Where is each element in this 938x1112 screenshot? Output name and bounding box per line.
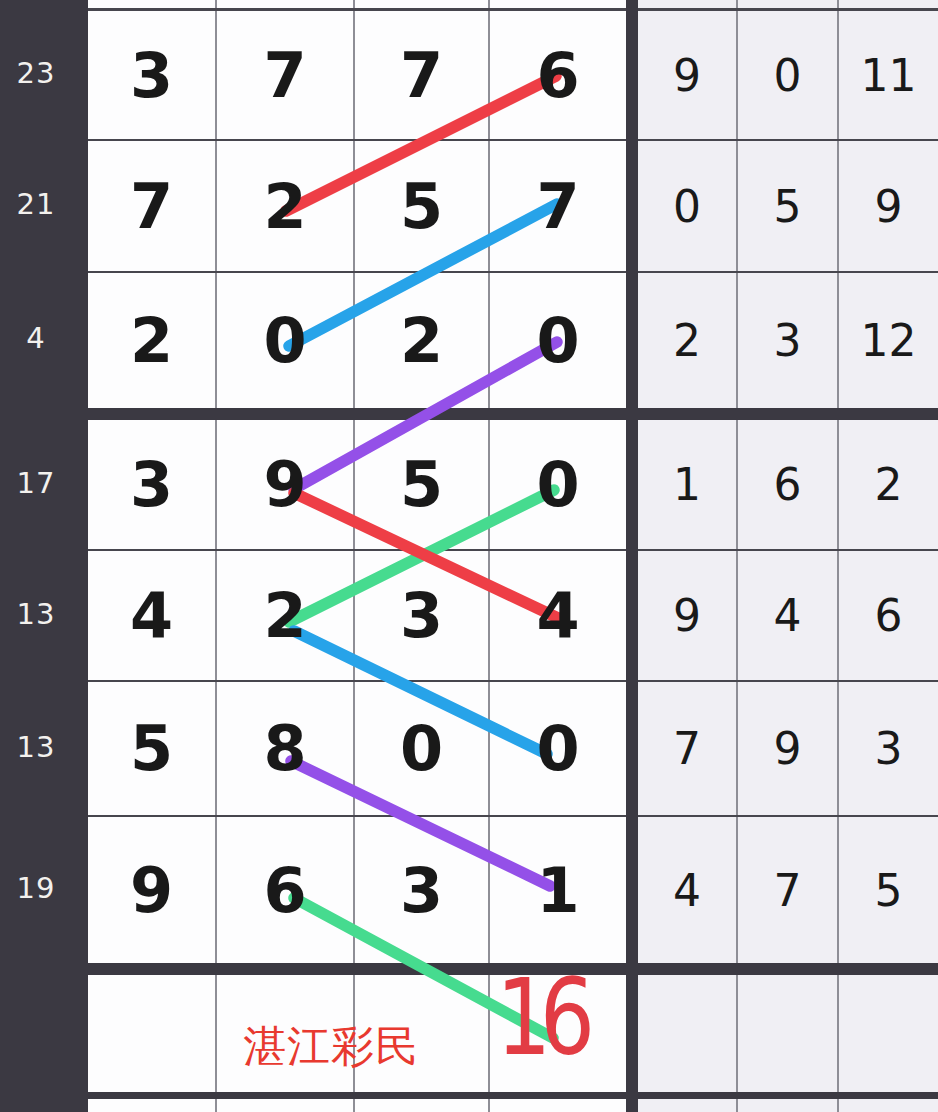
stat-cell: 4 [738, 551, 837, 680]
number-cell: 4 [490, 551, 626, 680]
row-label: 13 [0, 679, 72, 814]
stat-cell: 3 [839, 682, 938, 815]
stat-cell: 2 [839, 420, 938, 548]
number-cell: 7 [355, 11, 488, 139]
stat-cell: 9 [738, 682, 837, 815]
thick-divider [88, 1092, 626, 1099]
stat-cell: 0 [738, 11, 837, 139]
row-label: 13 [0, 548, 72, 679]
partial-row [88, 1099, 626, 1112]
stat-cell: 3 [738, 273, 837, 408]
stat-cell: 9 [638, 551, 736, 680]
row-label: 23 [0, 8, 72, 138]
number-cell: 0 [355, 682, 488, 815]
number-cell: 9 [88, 817, 215, 962]
stat-cell: 12 [839, 273, 938, 408]
row-label: 17 [0, 418, 72, 548]
grid-row: 1 6 2 [638, 420, 938, 550]
partial-row [638, 1099, 938, 1112]
number-cell: 2 [217, 141, 353, 270]
grid-row-empty [638, 975, 938, 1093]
grid-row: 9 6 3 1 [88, 817, 626, 962]
number-cell: 3 [355, 817, 488, 962]
grid-row: 4 7 5 [638, 817, 938, 962]
stat-cell: 0 [638, 141, 736, 270]
stat-cell: 5 [839, 817, 938, 962]
number-cell: 2 [355, 273, 488, 408]
stat-cell: 7 [638, 682, 736, 815]
prediction-value: 16 [496, 962, 584, 1073]
partial-row [638, 0, 938, 11]
number-cell: 7 [88, 141, 215, 270]
number-cell: 1 [490, 817, 626, 962]
number-cell: 9 [217, 420, 353, 548]
number-cell: 8 [217, 682, 353, 815]
stat-cell: 6 [839, 551, 938, 680]
stat-cell: 6 [738, 420, 837, 548]
stat-cell: 11 [839, 11, 938, 139]
lottery-trend-board: 23 21 4 17 13 13 19 3 7 7 6 7 2 5 7 2 0 … [0, 0, 938, 1112]
stat-cell: 4 [638, 817, 736, 962]
number-cell: 0 [490, 682, 626, 815]
grid-row: 0 5 9 [638, 141, 938, 272]
stat-cell: 9 [839, 141, 938, 270]
number-cell: 0 [217, 273, 353, 408]
grid-row: 5 8 0 0 [88, 682, 626, 817]
number-cell: 3 [88, 11, 215, 139]
number-cell: 5 [88, 682, 215, 815]
thick-divider [88, 408, 626, 420]
stat-cell: 9 [638, 11, 736, 139]
stat-cell: 5 [738, 141, 837, 270]
number-cell: 5 [355, 420, 488, 548]
main-number-grid: 3 7 7 6 7 2 5 7 2 0 2 0 3 9 5 0 4 2 3 4 [88, 0, 626, 1112]
grid-row: 2 0 2 0 [88, 273, 626, 408]
number-cell: 2 [88, 273, 215, 408]
thick-divider [638, 963, 938, 975]
number-cell: 2 [217, 551, 353, 680]
watermark-text: 湛江彩民 [243, 1018, 419, 1076]
stat-cell: 7 [738, 817, 837, 962]
stats-grid: 9 0 11 0 5 9 2 3 12 1 6 2 9 4 6 7 9 3 [638, 0, 938, 1112]
grid-row: 3 9 5 0 [88, 420, 626, 550]
row-label: 21 [0, 138, 72, 269]
stat-cell: 1 [638, 420, 736, 548]
number-cell: 4 [88, 551, 215, 680]
grid-row: 2 3 12 [638, 273, 938, 408]
grid-row: 9 4 6 [638, 551, 938, 682]
row-label: 4 [0, 269, 72, 406]
number-cell: 6 [490, 11, 626, 139]
number-cell: 0 [490, 420, 626, 548]
number-cell: 6 [217, 817, 353, 962]
number-cell: 5 [355, 141, 488, 270]
number-cell: 7 [490, 141, 626, 270]
grid-row: 7 2 5 7 [88, 141, 626, 272]
number-cell: 0 [490, 273, 626, 408]
row-label-sidebar: 23 21 4 17 13 13 19 [0, 0, 88, 1112]
thick-divider [638, 408, 938, 420]
grid-row: 4 2 3 4 [88, 551, 626, 682]
grid-row: 9 0 11 [638, 11, 938, 141]
partial-row [88, 0, 626, 11]
number-cell: 7 [217, 11, 353, 139]
number-cell: 3 [355, 551, 488, 680]
number-cell: 3 [88, 420, 215, 548]
thick-vertical-border [626, 0, 638, 1112]
stat-cell: 2 [638, 273, 736, 408]
row-label: 19 [0, 814, 72, 961]
grid-row: 7 9 3 [638, 682, 938, 817]
grid-row: 3 7 7 6 [88, 11, 626, 141]
thick-divider [638, 1092, 938, 1099]
